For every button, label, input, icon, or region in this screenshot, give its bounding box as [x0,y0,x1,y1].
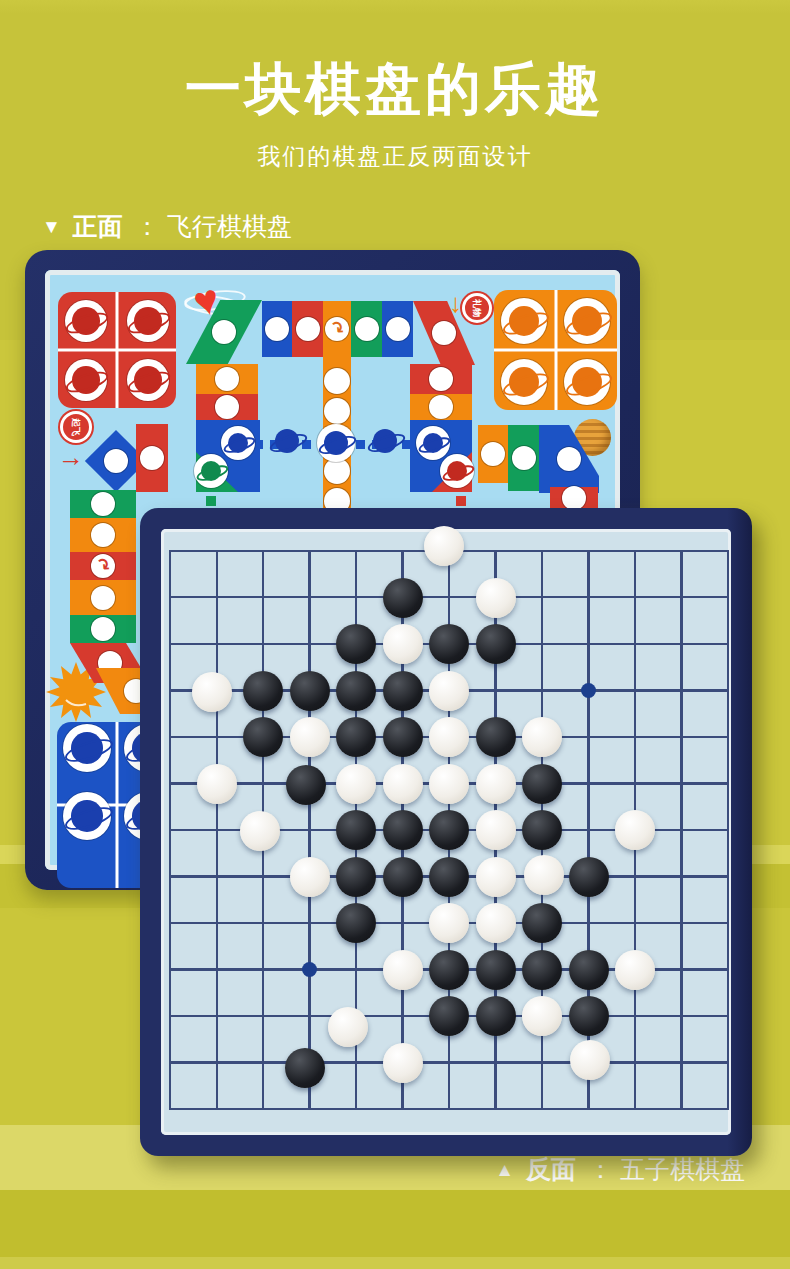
track-dot [562,486,586,510]
stone-white [240,811,280,851]
planet-icon [324,431,348,455]
stone-black [569,950,609,990]
track-dot [557,447,581,471]
back-caption-name: 反面 [526,1153,576,1186]
track-cell-red [410,364,472,394]
track-dot [355,317,379,341]
stone-white [524,855,564,895]
front-caption-name: 正面 [73,210,123,243]
track-dot [265,317,289,341]
gomoku-grid [169,550,729,1110]
stone-black [336,717,376,757]
stone-black [522,950,562,990]
track-cell-green [351,301,382,357]
planet-ring-circle [221,426,255,460]
track-cell-green [508,425,539,491]
takeoff-arrow-right-icon: → [58,442,84,473]
base-planet-circle [501,298,547,344]
track-dot [91,492,115,516]
track-dot [99,444,133,478]
planet-icon [572,367,602,397]
curved-arrow-icon: ↷ [325,316,349,341]
star-point [302,962,317,977]
takeoff-cell-icon: 起飞 [60,411,92,443]
track-cell-green [70,615,136,643]
home-base-red [58,292,176,408]
stone-white [476,903,516,943]
planet-icon [572,306,602,336]
track-dot [481,442,505,466]
star-point [581,683,596,698]
front-side-caption: ▼ 正面 ： 飞行棋棋盘 [42,210,292,243]
track-cell-blue [382,301,413,357]
stone-black [522,903,562,943]
stone-black [383,671,423,711]
stone-black [429,857,469,897]
stone-white [522,996,562,1036]
track-dot [215,367,239,391]
stone-white [290,857,330,897]
home-base-orange [494,290,617,410]
planet-ring-circle [194,454,228,488]
track-cell-red [550,487,598,509]
track-dot [91,586,115,610]
page-subtitle: 我们的棋盘正反两面设计 [0,141,790,172]
track-dot [215,395,239,419]
base-planet-circle [65,300,107,342]
planet-icon [71,800,103,832]
track-dot [324,368,350,394]
stone-black [336,624,376,664]
base-planet-circle [65,359,107,401]
track-cell-red [136,424,168,492]
stone-white [429,903,469,943]
stone-black [336,810,376,850]
track-dot [296,317,320,341]
base-planet-circle [564,359,610,405]
stone-black [429,810,469,850]
stone-white [424,526,464,566]
curved-arrow-icon: ↷ [91,553,115,578]
track-dot [140,446,164,470]
stone-black [429,996,469,1036]
stone-black [336,671,376,711]
base-planet-circle [63,792,111,840]
stone-black [383,810,423,850]
track-dot [386,317,410,341]
stone-black [290,671,330,711]
base-planet-circle [127,300,169,342]
gomoku-board [140,508,752,1156]
stone-white [383,624,423,664]
stone-white [476,857,516,897]
planet-icon [201,461,221,481]
triangle-down-icon: ▼ [42,217,61,236]
stone-black [522,810,562,850]
planet-ring-circle [317,424,355,462]
planet-icon [134,307,162,335]
planet-ring-circle [440,454,474,488]
stone-black [336,903,376,943]
base-planet-circle [127,359,169,401]
track-cell-blue [262,301,292,357]
planet-icon [509,367,539,397]
stone-white [192,672,232,712]
track-dot [91,523,115,547]
stone-white [476,578,516,618]
page-title: 一块棋盘的乐趣 [0,52,790,128]
stone-white [336,764,376,804]
stone-white [290,717,330,757]
stone-white [429,764,469,804]
stone-black [569,996,609,1036]
stone-black [383,857,423,897]
track-dot [212,320,236,344]
product-photo-page: 一块棋盘的乐趣 我们的棋盘正反两面设计 ▼ 正面 ： 飞行棋棋盘 ♥ ↓ 礼物 … [0,0,790,1269]
track-cell-red [456,496,466,506]
base-planet-circle [63,724,111,772]
stone-white [383,950,423,990]
stone-white [383,764,423,804]
stone-white [615,810,655,850]
stone-black [429,950,469,990]
stone-white [570,1040,610,1080]
track-cell-orange [478,425,508,483]
stone-black [429,624,469,664]
stone-black [476,996,516,1036]
planet-ring-circle [416,426,450,460]
track-cell-green [206,496,216,506]
planet-icon [275,429,299,453]
planet-icon [134,366,162,394]
triangle-up-icon: ▲ [495,1160,514,1179]
stone-white [522,717,562,757]
track-dot [432,321,456,345]
track-cell-orange [70,580,136,615]
stone-black [476,624,516,664]
track-dot [91,617,115,641]
planet-icon [373,429,397,453]
front-caption-text: ： 飞行棋棋盘 [135,210,292,243]
stone-white [615,950,655,990]
track-cell-red [196,394,258,420]
track-cell-orange [410,394,472,420]
base-planet-circle [564,298,610,344]
stone-white [476,764,516,804]
track-dot: ↷ [325,317,349,341]
stone-black [286,765,326,805]
track-cell-green [70,490,136,518]
planet-icon [447,461,467,481]
gift-cell-icon: 礼物 [462,293,492,323]
stone-black [285,1048,325,1088]
stone-white [197,764,237,804]
dash-line-segment [356,440,365,449]
back-caption-text: ： 五子棋棋盘 [588,1153,745,1186]
track-dot [429,367,453,391]
planet-icon [509,306,539,336]
stone-black [383,578,423,618]
track-cell-orange [196,364,258,394]
track-dot [429,395,453,419]
track-cell-orange: ↷ [323,301,351,357]
stone-black [336,857,376,897]
stone-black [383,717,423,757]
track-dot [324,398,350,424]
stone-black [476,950,516,990]
stone-white [429,717,469,757]
planet-icon [228,433,248,453]
planet-icon [71,732,103,764]
track-dot [512,446,536,470]
stone-black [569,857,609,897]
planet-icon [423,433,443,453]
stone-black [522,764,562,804]
stone-black [476,717,516,757]
gomoku-surface [161,529,731,1135]
base-planet-circle [501,359,547,405]
stone-white [429,671,469,711]
track-cell-red: ↷ [70,552,136,580]
stone-black [243,717,283,757]
back-side-caption: ▲ 反面 ： 五子棋棋盘 [495,1153,745,1186]
stone-black [243,671,283,711]
planet-icon [72,366,100,394]
track-dot: ↷ [91,554,115,578]
stone-white [328,1007,368,1047]
track-cell-red [292,301,323,357]
track-cell-orange [70,518,136,552]
planet-icon [72,307,100,335]
stone-white [383,1043,423,1083]
stone-white [476,810,516,850]
